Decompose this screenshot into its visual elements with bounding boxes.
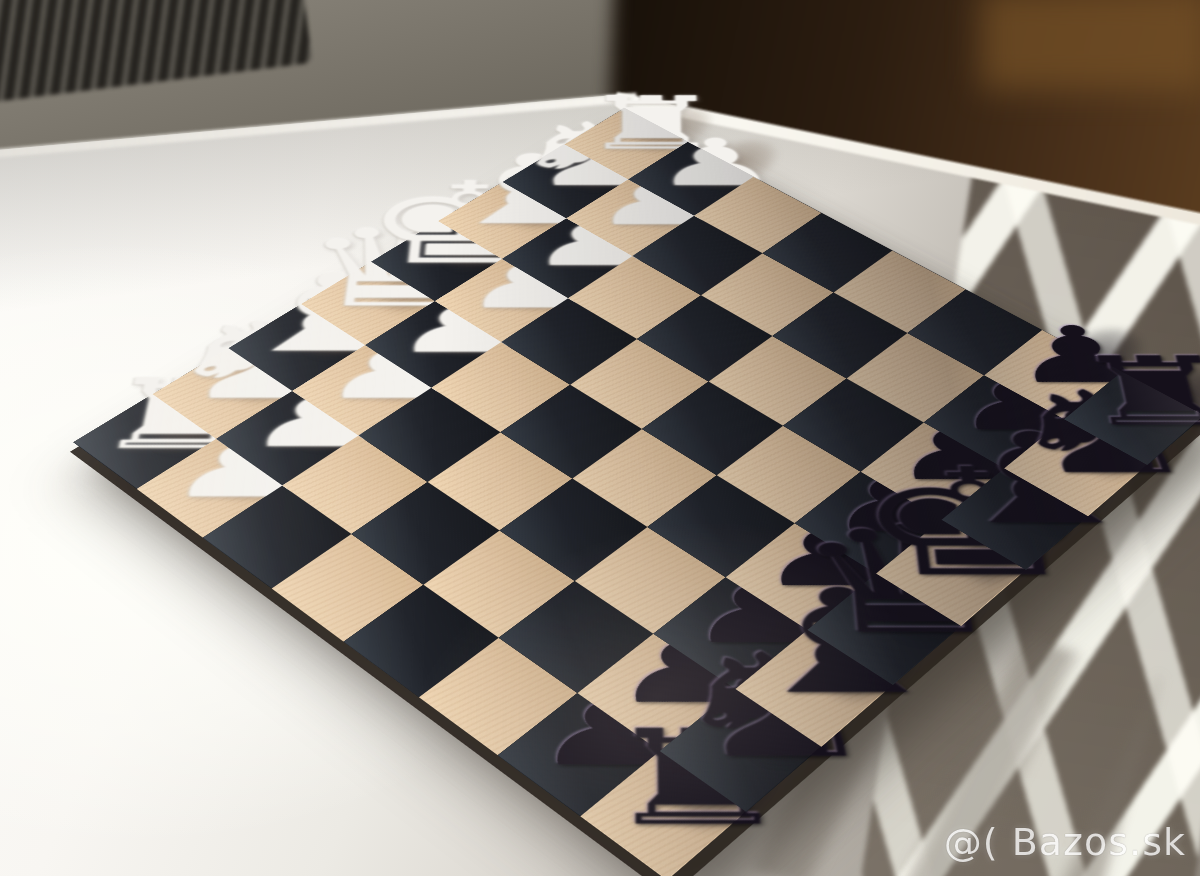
photo-scene: ♜♞♝♛♚♝♞♜♟♟♟♟♟♟♟♟♟♟♟♟♟♟♟♟♜♞♝♛♚♝♞♜ @( Bazo… — [0, 0, 1200, 876]
square-g4 — [701, 253, 834, 336]
chessboard: ♜♞♝♛♚♝♞♜♟♟♟♟♟♟♟♟♟♟♟♟♟♟♟♟♜♞♝♛♚♝♞♜ — [73, 108, 1200, 876]
watermark: @( Bazos.sk — [944, 820, 1186, 864]
chessboard-perspective: ♜♞♝♛♚♝♞♜♟♟♟♟♟♟♟♟♟♟♟♟♟♟♟♟♜♞♝♛♚♝♞♜ — [0, 0, 1200, 876]
